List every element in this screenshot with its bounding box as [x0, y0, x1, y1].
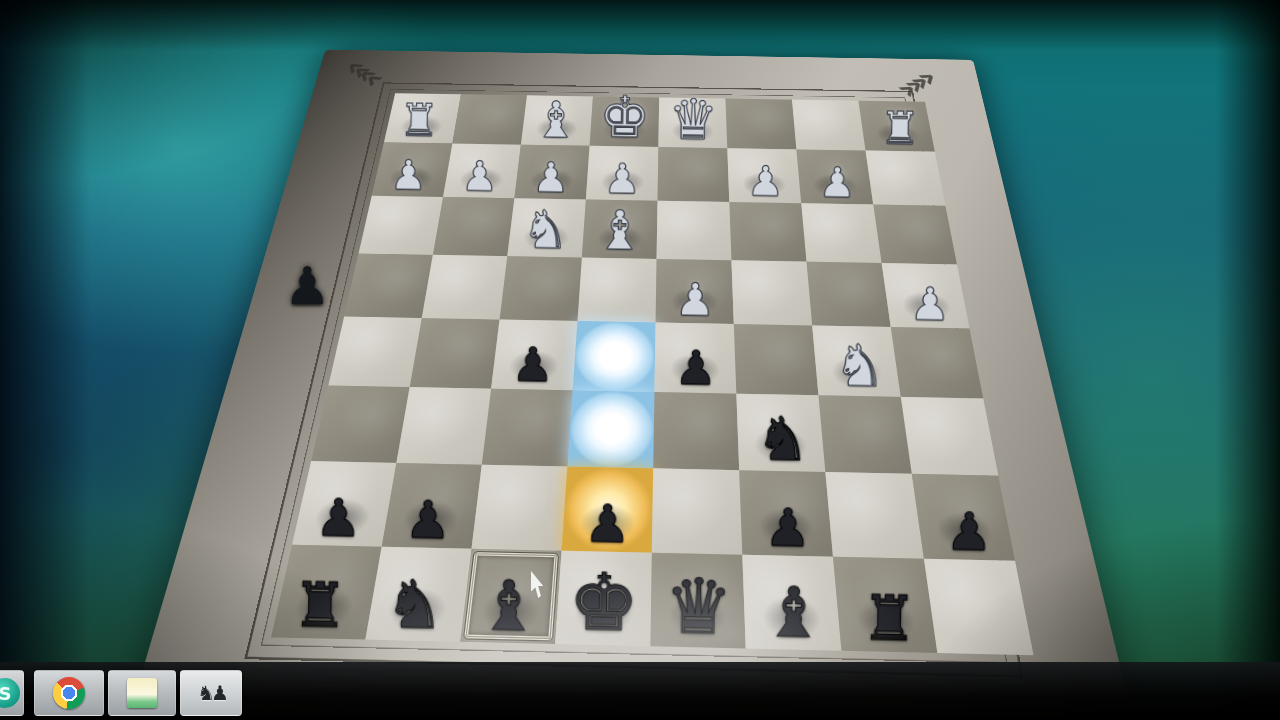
square-h3[interactable]: [359, 196, 443, 255]
piece-black-knight-g8[interactable]: ♞: [366, 571, 462, 639]
square-e6[interactable]: [567, 390, 654, 468]
square-d4[interactable]: ♟: [656, 259, 734, 324]
square-c3[interactable]: [729, 202, 806, 262]
piece-black-pawn-f5[interactable]: ♟: [492, 340, 574, 388]
square-b2[interactable]: ♟: [796, 149, 873, 204]
chess-titans-3d-scene: «« «« «« «« ♜♝♚♛♜♟♟♟♟♟♟♞♝♟♟♟♟♞♞♟♟♟♟♟♜♞♝♚…: [235, 0, 1045, 720]
piece-white-pawn-g2[interactable]: ♟: [444, 155, 516, 197]
piece-white-knight-f3[interactable]: ♞: [508, 203, 583, 256]
piece-black-pawn-c7[interactable]: ♟: [742, 501, 833, 555]
piece-white-rook-h1[interactable]: ♜: [385, 97, 454, 143]
square-a1[interactable]: ♜: [858, 101, 934, 152]
square-g2[interactable]: ♟: [443, 144, 521, 199]
piece-black-rook-b8[interactable]: ♜: [841, 586, 938, 650]
square-d5[interactable]: ♟: [654, 322, 736, 393]
square-d8[interactable]: ♛: [650, 553, 745, 649]
square-e3[interactable]: ♝: [582, 199, 658, 259]
taskbar-button-partial[interactable]: S: [0, 670, 24, 716]
piece-white-pawn-c2[interactable]: ♟: [729, 160, 801, 202]
square-b5[interactable]: ♞: [812, 325, 901, 396]
piece-black-knight-c6[interactable]: ♞: [739, 408, 826, 470]
square-b7[interactable]: [825, 472, 924, 559]
square-a8[interactable]: [924, 559, 1034, 656]
taskbar-button-chess-titans[interactable]: ♞♟: [180, 670, 242, 716]
square-d3[interactable]: [657, 201, 732, 261]
square-e5[interactable]: [573, 321, 656, 392]
square-g3[interactable]: [433, 197, 515, 256]
piece-black-pawn-h7[interactable]: ♟: [293, 491, 383, 545]
piece-white-bishop-f1[interactable]: ♝: [521, 94, 590, 145]
piece-white-pawn-b2[interactable]: ♟: [801, 161, 874, 203]
square-c1[interactable]: [725, 99, 796, 150]
captured-black-pawn: ♟: [284, 256, 331, 316]
captured-pieces-tray: ♟: [284, 256, 331, 316]
square-a5[interactable]: [891, 327, 983, 399]
partial-green-app-icon: S: [0, 678, 20, 708]
google-chrome-icon: [53, 677, 85, 709]
square-h5[interactable]: [328, 316, 421, 387]
square-f6[interactable]: [482, 389, 573, 467]
square-g7[interactable]: ♟: [382, 463, 482, 549]
square-c7[interactable]: ♟: [739, 470, 833, 557]
piece-black-bishop-c8[interactable]: ♝: [745, 577, 842, 648]
piece-black-pawn-e7[interactable]: ♟: [562, 497, 653, 551]
board-inner-border-inner: ♜♝♚♛♜♟♟♟♟♟♟♞♝♟♟♟♟♞♞♟♟♟♟♟♜♞♝♚♛♝♜: [261, 89, 1008, 663]
square-g6[interactable]: [396, 387, 491, 465]
chess-board-grid: ♜♝♚♛♜♟♟♟♟♟♟♞♝♟♟♟♟♞♞♟♟♟♟♟♜♞♝♚♛♝♜: [271, 93, 1034, 655]
square-c5[interactable]: [734, 324, 819, 395]
piece-black-pawn-g7[interactable]: ♟: [383, 493, 473, 547]
piece-black-king-e8[interactable]: ♚: [556, 563, 652, 643]
piece-white-knight-b5[interactable]: ♞: [818, 337, 901, 396]
square-e2[interactable]: ♟: [586, 146, 659, 201]
desktop-photo: «« «« «« «« ♜♝♚♛♜♟♟♟♟♟♟♞♝♟♟♟♟♞♞♟♟♟♟♟♜♞♝♚…: [0, 0, 1280, 720]
square-a2[interactable]: [866, 151, 946, 206]
square-e7[interactable]: ♟: [562, 467, 654, 553]
frame-flourish-top-left: ««: [336, 53, 387, 88]
piece-white-rook-a1[interactable]: ♜: [865, 105, 935, 151]
square-d6[interactable]: [653, 392, 739, 470]
square-g4[interactable]: [422, 255, 508, 320]
square-f8[interactable]: ♝: [460, 549, 561, 644]
windows-taskbar: S ♞♟: [0, 662, 1280, 720]
square-d7[interactable]: [652, 468, 742, 554]
square-e1[interactable]: ♚: [590, 96, 660, 147]
square-c2[interactable]: ♟: [727, 148, 801, 203]
square-g1[interactable]: [452, 94, 527, 144]
piece-white-bishop-e3[interactable]: ♝: [582, 203, 657, 258]
square-f3[interactable]: ♞: [507, 198, 586, 257]
notes-folder-icon: [127, 678, 157, 708]
square-f4[interactable]: [500, 256, 582, 321]
square-d1[interactable]: ♛: [658, 97, 727, 148]
square-g8[interactable]: ♞: [365, 547, 471, 642]
square-h6[interactable]: [311, 385, 410, 463]
board-frame: «« «« «« «« ♜♝♚♛♜♟♟♟♟♟♟♞♝♟♟♟♟♞♞♟♟♟♟♟♜♞♝♚…: [90, 50, 1170, 720]
square-b1[interactable]: [792, 100, 866, 151]
square-h2[interactable]: ♟: [372, 142, 453, 197]
square-f2[interactable]: ♟: [514, 145, 589, 200]
square-a4[interactable]: ♟: [882, 263, 970, 328]
piece-white-pawn-d4[interactable]: ♟: [656, 276, 735, 322]
piece-black-queen-d8[interactable]: ♛: [650, 568, 746, 646]
square-b3[interactable]: [801, 203, 881, 263]
square-f7[interactable]: [472, 465, 568, 551]
square-f5[interactable]: ♟: [491, 319, 577, 390]
square-c8[interactable]: ♝: [742, 555, 841, 651]
square-a6[interactable]: [901, 397, 999, 476]
square-b4[interactable]: [806, 262, 890, 327]
piece-black-bishop-f8[interactable]: ♝: [461, 571, 557, 642]
piece-white-pawn-a4[interactable]: ♟: [890, 281, 969, 327]
piece-white-pawn-h2[interactable]: ♟: [372, 154, 444, 196]
square-b6[interactable]: [818, 395, 911, 474]
square-h7[interactable]: ♟: [292, 461, 396, 547]
square-g5[interactable]: [410, 318, 500, 389]
piece-white-queen-d1[interactable]: ♛: [658, 92, 728, 148]
square-f1[interactable]: ♝: [521, 95, 593, 146]
taskbar-button-notes[interactable]: [108, 670, 176, 716]
piece-black-rook-h8[interactable]: ♜: [272, 573, 367, 637]
square-c6[interactable]: ♞: [736, 394, 825, 472]
square-h4[interactable]: [344, 253, 433, 318]
square-a3[interactable]: [873, 205, 957, 265]
square-e4[interactable]: [577, 258, 656, 323]
square-d2[interactable]: [658, 147, 730, 202]
square-e8[interactable]: ♚: [555, 551, 652, 647]
square-h8[interactable]: ♜: [271, 545, 382, 640]
piece-black-pawn-d5[interactable]: ♟: [654, 344, 737, 393]
chess-titans-icon: ♞♟: [197, 681, 225, 705]
piece-black-pawn-a7[interactable]: ♟: [923, 505, 1015, 559]
piece-white-pawn-f2[interactable]: ♟: [515, 156, 587, 198]
taskbar-button-chrome[interactable]: [34, 670, 104, 716]
piece-white-pawn-e2[interactable]: ♟: [586, 157, 658, 199]
square-c4[interactable]: [731, 260, 812, 325]
square-a7[interactable]: ♟: [912, 474, 1015, 561]
piece-white-king-e1[interactable]: ♚: [590, 89, 660, 147]
board-inner-border-outer: ♜♝♚♛♜♟♟♟♟♟♟♞♝♟♟♟♟♞♞♟♟♟♟♟♜♞♝♚♛♝♜: [244, 82, 1023, 677]
square-b8[interactable]: ♜: [833, 557, 937, 653]
square-h1[interactable]: ♜: [384, 93, 461, 143]
